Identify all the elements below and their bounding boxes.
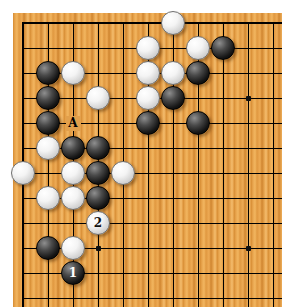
board-point[interactable]: 2	[86, 211, 111, 236]
board-point[interactable]	[61, 186, 86, 211]
board-point[interactable]	[61, 161, 86, 186]
black-stone	[36, 86, 60, 110]
white-stone	[136, 86, 160, 110]
white-stone	[61, 61, 85, 85]
white-stone	[161, 61, 185, 85]
point-letter-label: A	[66, 116, 81, 131]
black-stone	[36, 61, 60, 85]
board-point[interactable]	[61, 236, 86, 261]
board-point[interactable]	[86, 136, 111, 161]
star-point	[236, 86, 261, 111]
white-stone	[136, 36, 160, 60]
board-point[interactable]	[86, 186, 111, 211]
board-point[interactable]	[61, 136, 86, 161]
star-point-dot	[246, 246, 251, 251]
board-point[interactable]	[36, 111, 61, 136]
white-stone	[136, 61, 160, 85]
board-point[interactable]	[161, 61, 186, 86]
star-point	[86, 236, 111, 261]
white-stone	[61, 186, 85, 210]
board-point[interactable]	[111, 161, 136, 186]
board-point[interactable]	[36, 186, 61, 211]
board-point[interactable]: A	[61, 111, 86, 136]
board-point[interactable]	[36, 236, 61, 261]
board-point[interactable]	[136, 61, 161, 86]
board-point[interactable]	[186, 36, 211, 61]
board-point[interactable]	[86, 86, 111, 111]
black-stone	[161, 86, 185, 110]
go-diagram: 21A	[0, 0, 282, 307]
board-point[interactable]	[186, 61, 211, 86]
board-point[interactable]	[161, 11, 186, 36]
board-point[interactable]	[86, 161, 111, 186]
board-point[interactable]	[136, 86, 161, 111]
board-point[interactable]: 1	[61, 261, 86, 286]
board-point[interactable]	[61, 61, 86, 86]
move-number-label: 1	[69, 267, 77, 279]
board-point[interactable]	[136, 111, 161, 136]
black-stone	[36, 236, 60, 260]
move-number-label: 2	[94, 217, 102, 229]
black-stone	[86, 161, 110, 185]
black-stone	[86, 136, 110, 160]
white-stone: 2	[86, 211, 110, 235]
white-stone	[186, 36, 210, 60]
white-stone	[61, 161, 85, 185]
star-point-dot	[246, 96, 251, 101]
black-stone	[36, 111, 60, 135]
black-stone	[86, 186, 110, 210]
white-stone	[161, 11, 185, 35]
black-stone: 1	[61, 261, 85, 285]
board-point[interactable]	[36, 136, 61, 161]
black-stone	[186, 111, 210, 135]
board-point[interactable]	[136, 36, 161, 61]
black-stone	[61, 136, 85, 160]
black-stone	[211, 36, 235, 60]
board-point[interactable]	[36, 86, 61, 111]
star-point	[236, 236, 261, 261]
star-point-dot	[96, 246, 101, 251]
white-stone	[36, 186, 60, 210]
black-stone	[186, 61, 210, 85]
board-point[interactable]	[211, 36, 236, 61]
go-board[interactable]: 21A	[11, 11, 283, 307]
board-point[interactable]	[161, 86, 186, 111]
board-point[interactable]	[36, 61, 61, 86]
board-point[interactable]	[186, 111, 211, 136]
white-stone	[111, 161, 135, 185]
black-stone	[136, 111, 160, 135]
white-stone	[11, 161, 35, 185]
board-point[interactable]	[11, 161, 36, 186]
white-stone	[86, 86, 110, 110]
white-stone	[61, 236, 85, 260]
white-stone	[36, 136, 60, 160]
